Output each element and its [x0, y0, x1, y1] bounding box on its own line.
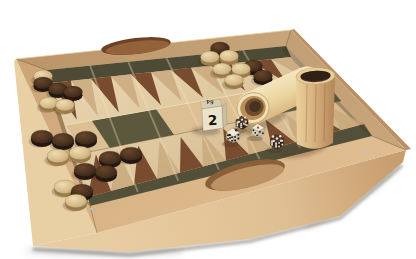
- dice-cup-standing[interactable]: [296, 67, 336, 149]
- screw-glint: [90, 208, 93, 210]
- screw-glint: [364, 149, 367, 151]
- doubling-cube-top-value: 64: [206, 99, 214, 106]
- backgammon-board: 64 2: [0, 0, 416, 259]
- backgammon-set-photo: 64 2: [0, 0, 416, 259]
- doubling-cube-face-value[interactable]: 2: [207, 112, 217, 129]
